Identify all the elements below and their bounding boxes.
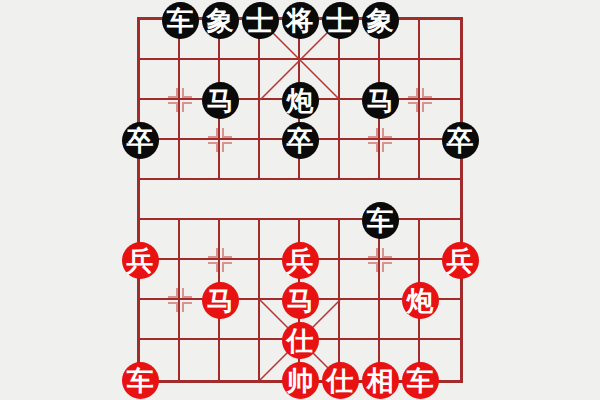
point-marker: [408, 88, 432, 112]
piece-black-chariot[interactable]: 车: [362, 202, 399, 239]
piece-red-cannon[interactable]: 炮: [402, 282, 439, 319]
board-cell: [220, 340, 260, 380]
point-marker-corner: [168, 102, 178, 112]
board-cell: [260, 180, 300, 220]
point-marker: [368, 248, 392, 272]
board-cell: [220, 180, 260, 220]
point-marker-corner: [182, 88, 192, 98]
point-marker: [168, 88, 192, 112]
piece-red-soldier[interactable]: 兵: [442, 242, 479, 279]
point-marker-corner: [168, 288, 178, 298]
point-marker-corner: [222, 262, 232, 272]
point-marker-corner: [368, 142, 378, 152]
point-marker-corner: [368, 248, 378, 258]
point-marker: [208, 248, 232, 272]
board-cell: [300, 180, 340, 220]
point-marker-corner: [382, 248, 392, 258]
point-marker-corner: [382, 262, 392, 272]
piece-red-advisor[interactable]: 仕: [322, 362, 359, 399]
point-marker-corner: [182, 302, 192, 312]
point-marker-corner: [408, 102, 418, 112]
point-marker-corner: [168, 88, 178, 98]
board-cell: [180, 180, 220, 220]
piece-black-elephant[interactable]: 象: [202, 2, 239, 39]
piece-black-advisor[interactable]: 士: [242, 2, 279, 39]
point-marker-corner: [368, 128, 378, 138]
piece-black-soldier[interactable]: 卒: [442, 122, 479, 159]
point-marker-corner: [408, 88, 418, 98]
point-marker-corner: [208, 262, 218, 272]
piece-black-horse[interactable]: 马: [202, 82, 239, 119]
point-marker-corner: [208, 142, 218, 152]
point-marker-corner: [222, 248, 232, 258]
piece-red-general[interactable]: 帅: [282, 362, 319, 399]
piece-black-advisor[interactable]: 士: [322, 2, 359, 39]
point-marker-corner: [222, 142, 232, 152]
point-marker-corner: [182, 288, 192, 298]
piece-red-chariot[interactable]: 车: [122, 362, 159, 399]
point-marker-corner: [382, 142, 392, 152]
point-marker-corner: [182, 102, 192, 112]
point-marker: [208, 128, 232, 152]
piece-red-elephant[interactable]: 相: [362, 362, 399, 399]
piece-black-soldier[interactable]: 卒: [122, 122, 159, 159]
board-cell: [140, 180, 180, 220]
piece-red-soldier[interactable]: 兵: [282, 242, 319, 279]
piece-black-cannon[interactable]: 炮: [282, 82, 319, 119]
point-marker-corner: [382, 128, 392, 138]
piece-red-horse[interactable]: 马: [282, 282, 319, 319]
point-marker-corner: [422, 102, 432, 112]
piece-red-soldier[interactable]: 兵: [122, 242, 159, 279]
board-cell: [420, 180, 460, 220]
point-marker-corner: [422, 88, 432, 98]
piece-red-chariot[interactable]: 车: [402, 362, 439, 399]
piece-black-soldier[interactable]: 卒: [282, 122, 319, 159]
point-marker-corner: [208, 128, 218, 138]
piece-black-general[interactable]: 将: [282, 2, 319, 39]
point-marker-corner: [368, 262, 378, 272]
board-cell: [420, 20, 460, 60]
point-marker-corner: [168, 302, 178, 312]
point-marker-corner: [222, 128, 232, 138]
point-marker: [168, 288, 192, 312]
piece-black-chariot[interactable]: 车: [162, 2, 199, 39]
piece-black-horse[interactable]: 马: [362, 82, 399, 119]
piece-red-advisor[interactable]: 仕: [282, 322, 319, 359]
board-cell: [180, 340, 220, 380]
board-cell: [340, 300, 380, 340]
piece-red-horse[interactable]: 马: [202, 282, 239, 319]
point-marker-corner: [208, 248, 218, 258]
piece-black-elephant[interactable]: 象: [362, 2, 399, 39]
point-marker: [368, 128, 392, 152]
xiangqi-app: 车象士将士象马炮马卒卒卒车兵兵兵马马炮仕车帅仕相车: [0, 0, 600, 400]
